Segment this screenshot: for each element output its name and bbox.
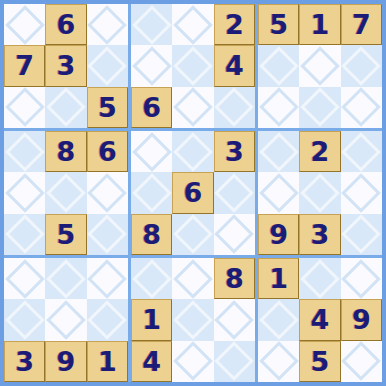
cell-r7c7: 1: [258, 258, 299, 299]
cell-r9c5[interactable]: [172, 341, 213, 382]
cell-r6c6[interactable]: [214, 214, 255, 255]
cell-r4c7[interactable]: [258, 131, 299, 172]
cell-r9c8: 5: [299, 341, 340, 382]
cell-r3c7[interactable]: [258, 87, 299, 128]
cell-r3c4: 6: [131, 87, 172, 128]
cell-r2c8[interactable]: [299, 45, 340, 86]
cell-r5c3[interactable]: [87, 172, 128, 213]
cell-r1c5[interactable]: [172, 4, 213, 45]
cell-r6c3[interactable]: [87, 214, 128, 255]
cell-r1c3[interactable]: [87, 4, 128, 45]
cell-r4c6: 3: [214, 131, 255, 172]
cell-r9c6[interactable]: [214, 341, 255, 382]
sudoku-board: 67352465178653682933918141495: [0, 0, 386, 386]
cell-r2c3[interactable]: [87, 45, 128, 86]
cell-r8c5[interactable]: [172, 299, 213, 340]
cell-r5c4[interactable]: [131, 172, 172, 213]
cell-r5c7[interactable]: [258, 172, 299, 213]
cell-r3c3: 5: [87, 87, 128, 128]
box-3-2: 814: [131, 258, 255, 382]
cell-r1c9: 7: [341, 4, 382, 45]
cell-r8c3[interactable]: [87, 299, 128, 340]
cell-r2c9[interactable]: [341, 45, 382, 86]
cell-r9c2: 9: [45, 341, 86, 382]
cell-r6c2: 5: [45, 214, 86, 255]
cell-r2c4[interactable]: [131, 45, 172, 86]
cell-r5c9[interactable]: [341, 172, 382, 213]
cell-r7c1[interactable]: [4, 258, 45, 299]
cell-r9c9[interactable]: [341, 341, 382, 382]
cell-r6c9[interactable]: [341, 214, 382, 255]
cell-r7c3[interactable]: [87, 258, 128, 299]
cell-r4c9[interactable]: [341, 131, 382, 172]
cell-r1c7: 5: [258, 4, 299, 45]
cell-r7c5[interactable]: [172, 258, 213, 299]
cell-r2c5[interactable]: [172, 45, 213, 86]
cell-r2c2: 3: [45, 45, 86, 86]
cell-r1c8: 1: [299, 4, 340, 45]
cell-r9c7[interactable]: [258, 341, 299, 382]
cell-r8c1[interactable]: [4, 299, 45, 340]
cell-r1c6: 2: [214, 4, 255, 45]
cell-r4c3: 6: [87, 131, 128, 172]
cell-r2c7[interactable]: [258, 45, 299, 86]
cell-r9c1: 3: [4, 341, 45, 382]
cell-r3c8[interactable]: [299, 87, 340, 128]
box-2-2: 368: [131, 131, 255, 255]
cell-r4c2: 8: [45, 131, 86, 172]
cell-r5c1[interactable]: [4, 172, 45, 213]
cell-r7c2[interactable]: [45, 258, 86, 299]
cell-r3c9[interactable]: [341, 87, 382, 128]
box-2-3: 293: [258, 131, 382, 255]
cell-r8c7[interactable]: [258, 299, 299, 340]
box-1-2: 246: [131, 4, 255, 128]
cell-r3c1[interactable]: [4, 87, 45, 128]
cell-r8c6[interactable]: [214, 299, 255, 340]
cell-r7c6: 8: [214, 258, 255, 299]
cell-r7c8[interactable]: [299, 258, 340, 299]
cell-r5c6[interactable]: [214, 172, 255, 213]
cell-r5c2[interactable]: [45, 172, 86, 213]
cell-r4c8: 2: [299, 131, 340, 172]
cell-r7c9[interactable]: [341, 258, 382, 299]
box-1-3: 517: [258, 4, 382, 128]
cell-r4c4[interactable]: [131, 131, 172, 172]
cell-r5c8[interactable]: [299, 172, 340, 213]
cell-r3c6[interactable]: [214, 87, 255, 128]
box-2-1: 865: [4, 131, 128, 255]
cell-r6c7: 9: [258, 214, 299, 255]
cell-r7c4[interactable]: [131, 258, 172, 299]
cell-r6c5[interactable]: [172, 214, 213, 255]
cell-r8c9: 9: [341, 299, 382, 340]
box-3-1: 391: [4, 258, 128, 382]
cell-r2c1: 7: [4, 45, 45, 86]
cell-r2c6: 4: [214, 45, 255, 86]
cell-r6c4: 8: [131, 214, 172, 255]
cell-r9c3: 1: [87, 341, 128, 382]
cell-r3c5[interactable]: [172, 87, 213, 128]
cell-r9c4: 4: [131, 341, 172, 382]
box-1-1: 6735: [4, 4, 128, 128]
cell-r4c1[interactable]: [4, 131, 45, 172]
cell-r4c5[interactable]: [172, 131, 213, 172]
box-3-3: 1495: [258, 258, 382, 382]
cell-r1c1[interactable]: [4, 4, 45, 45]
cell-r8c4: 1: [131, 299, 172, 340]
cell-r8c8: 4: [299, 299, 340, 340]
cell-r8c2[interactable]: [45, 299, 86, 340]
cell-r6c8: 3: [299, 214, 340, 255]
cell-r6c1[interactable]: [4, 214, 45, 255]
cell-r1c4[interactable]: [131, 4, 172, 45]
cell-r3c2[interactable]: [45, 87, 86, 128]
cell-r1c2: 6: [45, 4, 86, 45]
cell-r5c5: 6: [172, 172, 213, 213]
